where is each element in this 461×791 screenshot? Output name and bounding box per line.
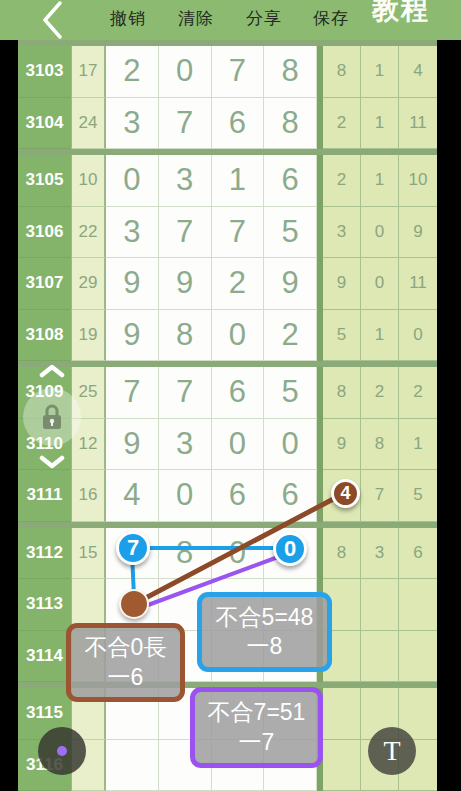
digit-cell[interactable] (106, 740, 159, 791)
digit-cell[interactable]: 0 (264, 419, 317, 471)
digit-cell[interactable]: 7 (212, 207, 265, 259)
digit-cell[interactable]: 7 (159, 367, 212, 419)
lock-icon (39, 402, 65, 432)
sum-cell[interactable]: 19 (71, 310, 106, 362)
digit-cell[interactable]: 6 (212, 470, 265, 522)
pen-tool-button[interactable] (38, 727, 86, 775)
clear-button[interactable]: 清除 (178, 7, 214, 30)
text-tool-button[interactable]: T (368, 727, 416, 775)
stat-cell[interactable]: 6 (399, 528, 437, 580)
digit-cell[interactable]: 6 (212, 98, 265, 150)
chart-row-3103: 3103172078814 (18, 46, 437, 98)
digit-cell[interactable]: 8 (264, 98, 317, 150)
digit-cell[interactable]: 3 (106, 207, 159, 259)
chevron-down-icon[interactable] (39, 455, 65, 469)
sum-cell[interactable]: 16 (71, 470, 106, 522)
share-button[interactable]: 分享 (246, 7, 282, 30)
pen-color-dot-icon (57, 746, 67, 756)
stat-cell[interactable]: 5 (323, 310, 361, 362)
period-label: 3104 (18, 98, 71, 150)
digit-cell[interactable]: 4 (106, 470, 159, 522)
sum-cell[interactable]: 22 (71, 207, 106, 259)
stat-cell[interactable]: 0 (399, 310, 437, 362)
stat-cell[interactable] (361, 579, 399, 631)
stat-cell[interactable]: 2 (361, 367, 399, 419)
stat-cell[interactable]: 2 (399, 367, 437, 419)
back-button[interactable] (40, 1, 64, 39)
stat-cell[interactable] (399, 631, 437, 683)
chart-row-3112: 3112157800836 (18, 528, 437, 580)
stat-cell[interactable] (399, 579, 437, 631)
stat-cell[interactable]: 8 (323, 528, 361, 580)
digit-cell[interactable]: 9 (159, 258, 212, 310)
stat-cell[interactable]: 1 (399, 419, 437, 471)
stat-cell[interactable]: 11 (399, 258, 437, 310)
note-blue-line1: 不合5=48 (216, 603, 314, 632)
stat-cell[interactable]: 3 (323, 207, 361, 259)
stat-cell[interactable] (361, 631, 399, 683)
lock-button[interactable] (23, 388, 81, 446)
digit-cell[interactable]: 6 (264, 470, 317, 522)
stat-cell[interactable]: 1 (361, 98, 399, 150)
brown-dot-marker[interactable] (119, 589, 149, 619)
digit-cell[interactable]: 3 (159, 419, 212, 471)
note-box-blue[interactable]: 不合5=48 一8 (197, 592, 332, 672)
digit-cell[interactable]: 0 (159, 46, 212, 98)
stat-cell[interactable]: 5 (399, 470, 437, 522)
note-purple-line1: 不合7=51 (208, 698, 306, 727)
note-brown-line1: 不合0長 (85, 633, 167, 662)
digit-cell[interactable]: 0 (212, 528, 265, 580)
stat-cell[interactable]: 0 (361, 258, 399, 310)
stat-cell[interactable]: 8 (323, 46, 361, 98)
chart-row-3110: 3110129300981 (18, 419, 437, 471)
stat-cell[interactable]: 8 (361, 419, 399, 471)
chart-row-3111: 311116406675 (18, 470, 437, 522)
note-box-brown[interactable]: 不合0長 一6 (66, 623, 185, 702)
stat-cell[interactable]: 2 (323, 155, 361, 207)
digit-cell[interactable]: 3 (159, 155, 212, 207)
sum-cell[interactable]: 15 (71, 528, 106, 580)
chart-row-3104: 31042437682111 (18, 98, 437, 150)
digit-cell[interactable]: 3 (106, 98, 159, 150)
period-label: 3108 (18, 310, 71, 362)
chart-row-3109: 3109257765822 (18, 367, 437, 419)
blue-circle-left[interactable]: 7 (116, 531, 150, 565)
stat-cell[interactable] (323, 740, 361, 791)
digit-cell[interactable]: 0 (212, 419, 265, 471)
chevron-up-icon[interactable] (39, 364, 65, 378)
stat-cell[interactable]: 9 (323, 258, 361, 310)
digit-cell[interactable]: 5 (264, 367, 317, 419)
digit-cell[interactable]: 0 (212, 310, 265, 362)
stat-cell[interactable]: 11 (399, 98, 437, 150)
app-screen: 撤销 清除 分享 保存 教程 3103172078814310424376821… (0, 0, 461, 791)
period-label: 3103 (18, 46, 71, 98)
stat-cell[interactable]: 10 (399, 155, 437, 207)
digit-cell[interactable]: 9 (106, 310, 159, 362)
stat-cell[interactable]: 2 (323, 98, 361, 150)
blue-circle-right[interactable]: 0 (273, 532, 307, 566)
digit-cell[interactable]: 7 (106, 367, 159, 419)
digit-cell[interactable]: 9 (106, 258, 159, 310)
note-purple-line2: 一7 (239, 728, 275, 757)
chart-row-3106: 3106223775309 (18, 207, 437, 259)
digit-cell[interactable]: 0 (159, 470, 212, 522)
sum-cell[interactable]: 10 (71, 155, 106, 207)
period-label: 3113 (18, 579, 71, 631)
stat-cell[interactable]: 4 (399, 46, 437, 98)
digit-cell[interactable]: 6 (212, 367, 265, 419)
digit-cell[interactable]: 2 (212, 258, 265, 310)
undo-button[interactable]: 撤销 (110, 7, 146, 30)
toolbar: 撤销 清除 分享 保存 教程 (0, 0, 461, 40)
stat-cell[interactable]: 9 (399, 207, 437, 259)
digit-cell[interactable]: 9 (106, 419, 159, 471)
digit-cell[interactable]: 1 (212, 155, 265, 207)
period-label: 3111 (18, 470, 71, 522)
sum-cell[interactable]: 17 (71, 46, 106, 98)
sum-cell[interactable]: 24 (71, 98, 106, 150)
stat-cell[interactable] (323, 688, 361, 740)
chart-row-3108: 3108199802510 (18, 310, 437, 362)
tutorial-button[interactable]: 教程 (372, 0, 430, 28)
digit-cell[interactable]: 8 (159, 528, 212, 580)
digit-cell[interactable]: 7 (212, 46, 265, 98)
stat-cell[interactable]: 1 (361, 310, 399, 362)
digit-cell[interactable]: 7 (159, 98, 212, 150)
chart-row-3107: 31072999299011 (18, 258, 437, 310)
stat-cell[interactable]: 7 (361, 470, 399, 522)
stat-cell[interactable]: 3 (361, 528, 399, 580)
chart-row-3105: 31051003162110 (18, 155, 437, 207)
note-box-purple[interactable]: 不合7=51 一7 (190, 687, 323, 768)
note-blue-line2: 一8 (247, 632, 283, 661)
digit-cell[interactable]: 8 (159, 310, 212, 362)
stat-cell[interactable]: 1 (361, 46, 399, 98)
period-label: 3114 (18, 631, 71, 683)
digit-cell[interactable]: 5 (264, 207, 317, 259)
digit-cell[interactable]: 2 (264, 310, 317, 362)
digit-cell[interactable]: 7 (159, 207, 212, 259)
stat-cell[interactable]: 9 (323, 419, 361, 471)
stat-cell[interactable]: 8 (323, 367, 361, 419)
brown-circle[interactable]: 4 (331, 479, 360, 508)
stat-cell[interactable]: 1 (361, 155, 399, 207)
period-label: 3107 (18, 258, 71, 310)
stat-cell[interactable]: 0 (361, 207, 399, 259)
digit-cell[interactable]: 9 (264, 258, 317, 310)
digit-cell[interactable]: 0 (106, 155, 159, 207)
period-label: 3112 (18, 528, 71, 580)
period-label: 3105 (18, 155, 71, 207)
digit-cell[interactable]: 6 (264, 155, 317, 207)
period-label: 3106 (18, 207, 71, 259)
sum-cell[interactable]: 29 (71, 258, 106, 310)
digit-cell[interactable]: 2 (106, 46, 159, 98)
digit-cell[interactable]: 8 (264, 46, 317, 98)
note-brown-line2: 一6 (108, 663, 144, 692)
save-button[interactable]: 保存 (313, 7, 349, 30)
